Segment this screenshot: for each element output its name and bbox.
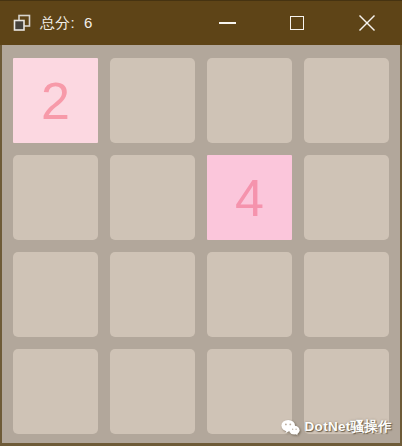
empty-cell [207, 58, 292, 143]
app-window-icon [13, 14, 31, 32]
empty-cell [13, 349, 98, 434]
tile-4: 4 [207, 155, 292, 240]
game-window: 总分: 6 24 [0, 0, 402, 446]
minimize-button[interactable] [192, 1, 262, 45]
empty-cell [304, 252, 389, 337]
empty-cell [207, 349, 292, 434]
window-title: 总分: 6 [40, 14, 93, 33]
empty-cell [110, 252, 195, 337]
minimize-icon [219, 22, 236, 24]
game-board: 24 DotNet骚操作 [0, 45, 402, 446]
board-grid: 24 [2, 45, 400, 443]
empty-cell [304, 58, 389, 143]
empty-cell [304, 155, 389, 240]
caption-buttons [192, 1, 402, 45]
empty-cell [13, 252, 98, 337]
maximize-button[interactable] [262, 1, 332, 45]
empty-cell [110, 58, 195, 143]
empty-cell [304, 349, 389, 434]
empty-cell [110, 349, 195, 434]
empty-cell [110, 155, 195, 240]
empty-cell [207, 252, 292, 337]
maximize-icon [290, 16, 304, 30]
title-bar[interactable]: 总分: 6 [0, 0, 402, 45]
empty-cell [13, 155, 98, 240]
close-icon [358, 14, 376, 32]
close-button[interactable] [332, 1, 402, 45]
tile-2: 2 [13, 58, 98, 143]
